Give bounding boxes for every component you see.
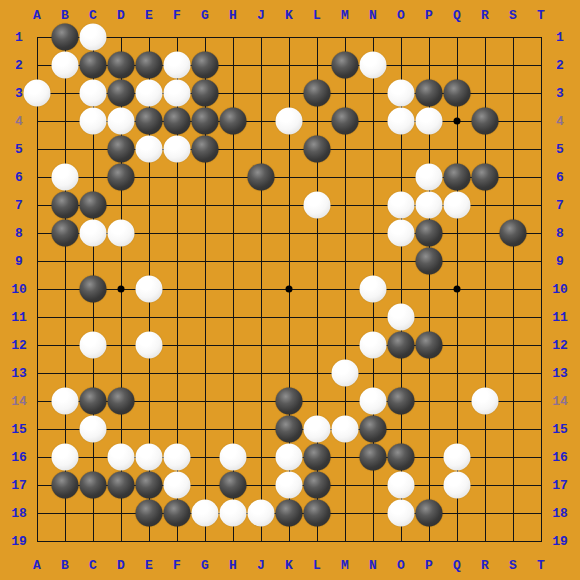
stone-white-F17 <box>164 472 191 499</box>
column-label-top-R: R <box>481 9 489 22</box>
stone-white-B14 <box>52 388 79 415</box>
stone-black-S8 <box>500 220 527 247</box>
stone-white-Q16 <box>444 444 471 471</box>
stone-white-K17 <box>276 472 303 499</box>
stone-black-P18 <box>416 500 443 527</box>
stone-white-Q17 <box>444 472 471 499</box>
column-label-top-G: G <box>201 9 209 22</box>
row-label-right-2: 2 <box>556 59 564 72</box>
stone-white-C3 <box>80 80 107 107</box>
stone-black-C2 <box>80 52 107 79</box>
stone-black-L3 <box>304 80 331 107</box>
column-label-bottom-R: R <box>481 559 489 572</box>
stone-white-L15 <box>304 416 331 443</box>
stone-black-D5 <box>108 136 135 163</box>
stone-black-J6 <box>248 164 275 191</box>
column-label-bottom-A: A <box>33 559 41 572</box>
stone-black-N15 <box>360 416 387 443</box>
stone-black-O16 <box>388 444 415 471</box>
stone-white-N2 <box>360 52 387 79</box>
column-label-bottom-N: N <box>369 559 377 572</box>
column-label-top-M: M <box>341 9 349 22</box>
stone-white-K4 <box>276 108 303 135</box>
stone-black-B17 <box>52 472 79 499</box>
stone-black-B8 <box>52 220 79 247</box>
column-label-top-J: J <box>257 9 265 22</box>
column-label-top-E: E <box>145 9 153 22</box>
column-label-bottom-S: S <box>509 559 517 572</box>
stone-black-P3 <box>416 80 443 107</box>
stone-white-E10 <box>136 276 163 303</box>
stone-black-B7 <box>52 192 79 219</box>
grid-line-vertical <box>541 37 542 542</box>
stone-white-B6 <box>52 164 79 191</box>
stone-white-O18 <box>388 500 415 527</box>
stone-black-R6 <box>472 164 499 191</box>
stone-black-Q3 <box>444 80 471 107</box>
stone-black-O14 <box>388 388 415 415</box>
stone-white-D8 <box>108 220 135 247</box>
row-label-left-15: 15 <box>11 423 27 436</box>
row-label-right-12: 12 <box>552 339 568 352</box>
row-label-right-10: 10 <box>552 283 568 296</box>
stone-white-C4 <box>80 108 107 135</box>
row-label-right-13: 13 <box>552 367 568 380</box>
column-label-bottom-B: B <box>61 559 69 572</box>
stone-white-M13 <box>332 360 359 387</box>
stone-white-O7 <box>388 192 415 219</box>
row-label-left-13: 13 <box>11 367 27 380</box>
stone-white-F3 <box>164 80 191 107</box>
stone-white-C15 <box>80 416 107 443</box>
column-label-top-B: B <box>61 9 69 22</box>
column-label-bottom-J: J <box>257 559 265 572</box>
stone-black-B1 <box>52 24 79 51</box>
row-label-right-15: 15 <box>552 423 568 436</box>
row-label-right-19: 19 <box>552 535 568 548</box>
column-label-top-T: T <box>537 9 545 22</box>
stone-black-F18 <box>164 500 191 527</box>
stone-white-N14 <box>360 388 387 415</box>
column-label-bottom-M: M <box>341 559 349 572</box>
star-point-D10 <box>118 286 125 293</box>
row-label-left-18: 18 <box>11 507 27 520</box>
stone-white-B2 <box>52 52 79 79</box>
stone-white-N10 <box>360 276 387 303</box>
star-point-K10 <box>286 286 293 293</box>
column-label-bottom-G: G <box>201 559 209 572</box>
column-label-top-C: C <box>89 9 97 22</box>
row-label-left-5: 5 <box>15 143 23 156</box>
stone-white-F2 <box>164 52 191 79</box>
stone-black-D2 <box>108 52 135 79</box>
column-label-bottom-L: L <box>313 559 321 572</box>
column-label-bottom-C: C <box>89 559 97 572</box>
stone-white-E3 <box>136 80 163 107</box>
stone-black-D14 <box>108 388 135 415</box>
stone-black-P12 <box>416 332 443 359</box>
row-label-right-8: 8 <box>556 227 564 240</box>
row-label-right-11: 11 <box>552 311 568 324</box>
stone-white-J18 <box>248 500 275 527</box>
stone-black-K18 <box>276 500 303 527</box>
stone-white-Q7 <box>444 192 471 219</box>
stone-white-F5 <box>164 136 191 163</box>
stone-white-E12 <box>136 332 163 359</box>
stone-black-M2 <box>332 52 359 79</box>
row-label-right-3: 3 <box>556 87 564 100</box>
stone-black-E4 <box>136 108 163 135</box>
stone-white-O3 <box>388 80 415 107</box>
stone-black-H17 <box>220 472 247 499</box>
row-label-left-16: 16 <box>11 451 27 464</box>
column-label-top-L: L <box>313 9 321 22</box>
column-label-top-N: N <box>369 9 377 22</box>
stone-black-G3 <box>192 80 219 107</box>
go-board-screen: AABBCCDDEEFFGGHHJJKKLLMMNNOOPPQQRRSSTT11… <box>0 0 580 580</box>
stone-white-G18 <box>192 500 219 527</box>
star-point-Q10 <box>454 286 461 293</box>
row-label-left-19: 19 <box>11 535 27 548</box>
row-label-left-12: 12 <box>11 339 27 352</box>
column-label-top-S: S <box>509 9 517 22</box>
stone-black-F4 <box>164 108 191 135</box>
row-label-left-2: 2 <box>15 59 23 72</box>
stone-white-E5 <box>136 136 163 163</box>
grid-line-horizontal <box>37 317 542 318</box>
stone-white-C1 <box>80 24 107 51</box>
stone-black-H4 <box>220 108 247 135</box>
stone-black-O12 <box>388 332 415 359</box>
stone-white-D16 <box>108 444 135 471</box>
stone-white-P4 <box>416 108 443 135</box>
stone-white-H16 <box>220 444 247 471</box>
stone-black-L5 <box>304 136 331 163</box>
stone-black-L18 <box>304 500 331 527</box>
stone-black-M4 <box>332 108 359 135</box>
column-label-top-K: K <box>285 9 293 22</box>
grid-line-vertical <box>513 37 514 542</box>
row-label-left-8: 8 <box>15 227 23 240</box>
stone-black-P8 <box>416 220 443 247</box>
stone-black-N16 <box>360 444 387 471</box>
stone-white-K16 <box>276 444 303 471</box>
row-label-right-7: 7 <box>556 199 564 212</box>
row-label-left-6: 6 <box>15 171 23 184</box>
row-label-left-7: 7 <box>15 199 23 212</box>
row-label-right-17: 17 <box>552 479 568 492</box>
stone-black-C7 <box>80 192 107 219</box>
grid-line-horizontal <box>37 345 542 346</box>
stone-white-N12 <box>360 332 387 359</box>
stone-black-C14 <box>80 388 107 415</box>
grid-line-horizontal <box>37 541 542 542</box>
column-label-top-P: P <box>425 9 433 22</box>
stone-white-O4 <box>388 108 415 135</box>
row-label-left-17: 17 <box>11 479 27 492</box>
stone-white-H18 <box>220 500 247 527</box>
column-label-top-Q: Q <box>453 9 461 22</box>
row-label-right-4: 4 <box>556 115 564 128</box>
stone-white-C8 <box>80 220 107 247</box>
stone-white-M15 <box>332 416 359 443</box>
column-label-bottom-O: O <box>397 559 405 572</box>
stone-white-P7 <box>416 192 443 219</box>
row-label-left-3: 3 <box>15 87 23 100</box>
star-point-Q4 <box>454 118 461 125</box>
stone-white-O17 <box>388 472 415 499</box>
stone-black-P9 <box>416 248 443 275</box>
grid-line-horizontal <box>37 373 542 374</box>
stone-black-L17 <box>304 472 331 499</box>
stone-black-D3 <box>108 80 135 107</box>
row-label-left-11: 11 <box>11 311 27 324</box>
stone-black-Q6 <box>444 164 471 191</box>
stone-white-O11 <box>388 304 415 331</box>
column-label-bottom-F: F <box>173 559 181 572</box>
stone-white-P6 <box>416 164 443 191</box>
stone-white-D4 <box>108 108 135 135</box>
column-label-top-A: A <box>33 9 41 22</box>
row-label-right-5: 5 <box>556 143 564 156</box>
row-label-right-18: 18 <box>552 507 568 520</box>
stone-black-G5 <box>192 136 219 163</box>
row-label-right-14: 14 <box>552 395 568 408</box>
stone-white-A3 <box>24 80 51 107</box>
column-label-top-F: F <box>173 9 181 22</box>
row-label-left-14: 14 <box>11 395 27 408</box>
row-label-left-10: 10 <box>11 283 27 296</box>
column-label-top-D: D <box>117 9 125 22</box>
column-label-top-O: O <box>397 9 405 22</box>
stone-black-E18 <box>136 500 163 527</box>
stone-black-C17 <box>80 472 107 499</box>
stone-white-O8 <box>388 220 415 247</box>
row-label-left-9: 9 <box>15 255 23 268</box>
column-label-bottom-D: D <box>117 559 125 572</box>
stone-black-K14 <box>276 388 303 415</box>
stone-black-R4 <box>472 108 499 135</box>
stone-white-C12 <box>80 332 107 359</box>
row-label-right-1: 1 <box>556 31 564 44</box>
stone-white-F16 <box>164 444 191 471</box>
stone-white-E16 <box>136 444 163 471</box>
stone-black-C10 <box>80 276 107 303</box>
stone-black-L16 <box>304 444 331 471</box>
stone-black-E17 <box>136 472 163 499</box>
stone-black-G2 <box>192 52 219 79</box>
row-label-right-9: 9 <box>556 255 564 268</box>
stone-black-E2 <box>136 52 163 79</box>
stone-black-D6 <box>108 164 135 191</box>
column-label-bottom-K: K <box>285 559 293 572</box>
row-label-right-6: 6 <box>556 171 564 184</box>
column-label-bottom-H: H <box>229 559 237 572</box>
row-label-left-4: 4 <box>15 115 23 128</box>
column-label-bottom-T: T <box>537 559 545 572</box>
stone-white-L7 <box>304 192 331 219</box>
stone-white-R14 <box>472 388 499 415</box>
column-label-top-H: H <box>229 9 237 22</box>
stone-black-G4 <box>192 108 219 135</box>
stone-black-D17 <box>108 472 135 499</box>
row-label-left-1: 1 <box>15 31 23 44</box>
stone-white-B16 <box>52 444 79 471</box>
column-label-bottom-E: E <box>145 559 153 572</box>
column-label-bottom-P: P <box>425 559 433 572</box>
stone-black-K15 <box>276 416 303 443</box>
column-label-bottom-Q: Q <box>453 559 461 572</box>
row-label-right-16: 16 <box>552 451 568 464</box>
